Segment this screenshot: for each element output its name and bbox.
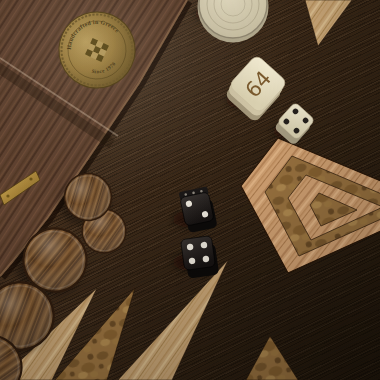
black-die-four[interactable]: [180, 235, 219, 279]
point-olive-bottom-2: [118, 260, 228, 380]
die-top-face: [180, 235, 215, 270]
die-top-face: [180, 192, 214, 226]
diamond-inlay: [241, 138, 380, 273]
hinge-screw: [6, 194, 9, 197]
doubling-cube[interactable]: 64: [222, 54, 290, 123]
point-olive-top-right: [305, 0, 352, 46]
backgammon-board-photo: Handcrafted in Greece Since 1970: [0, 0, 380, 380]
board-art: Handcrafted in Greece Since 1970: [0, 0, 380, 380]
cream-checker[interactable]: [198, 0, 269, 43]
point-burl-bottom-3: [246, 336, 298, 380]
hinge-screw: [29, 177, 32, 180]
